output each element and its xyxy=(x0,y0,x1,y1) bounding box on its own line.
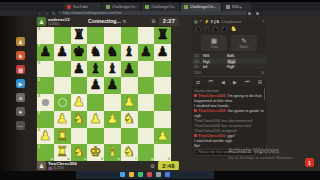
square-a1[interactable]: 1a xyxy=(37,144,54,161)
board-mini-icon: ▦ xyxy=(194,19,198,24)
tab-favicon xyxy=(67,5,71,9)
square-b5[interactable] xyxy=(54,77,71,94)
sidebar-item-social[interactable]: ● xyxy=(16,107,25,116)
square-g8[interactable] xyxy=(138,27,155,44)
file-label: g xyxy=(151,157,153,161)
pieces-in-hand-tray: ♞♝♟♟♞ xyxy=(192,25,266,33)
new-tab-button[interactable]: + xyxy=(239,4,242,10)
black-pawn[interactable]: ♟ xyxy=(123,61,135,78)
in-hand-white-n[interactable]: ♞ xyxy=(230,25,236,33)
square-a2[interactable]: 2♟ xyxy=(37,128,54,145)
gear-icon[interactable]: ⚙ xyxy=(151,18,156,24)
white-pawn[interactable]: ♟ xyxy=(123,94,135,111)
activate-windows-watermark-sub: Go to Settings to activate Windows. xyxy=(228,155,294,160)
game-side-panel: ▦ ♖ ⚡ 1 | 0 Crazyhouse ? ♞♝♟♟♞ ▦Chat✎Not… xyxy=(192,18,266,158)
tab-title: ChallengeOn... xyxy=(151,4,177,9)
square-b4[interactable] xyxy=(54,94,71,111)
square-e2[interactable] xyxy=(104,128,121,145)
square-h5[interactable] xyxy=(154,77,171,94)
white-pawn[interactable]: ♟ xyxy=(157,128,169,145)
tab-favicon xyxy=(184,5,188,9)
opponent-clock: 2:27 xyxy=(159,17,179,27)
taskbar-app-icon[interactable] xyxy=(120,172,125,177)
gear-icon[interactable]: ⚙ xyxy=(150,163,155,169)
sort-icon[interactable]: ⇅ xyxy=(261,70,264,75)
square-e6[interactable]: ♝ xyxy=(104,61,121,78)
square-g7[interactable]: ♟ xyxy=(138,44,155,61)
panel-tab-notes[interactable]: ✎Notes xyxy=(231,35,257,51)
square-a7[interactable]: 7♟ xyxy=(37,44,54,61)
square-h2[interactable]: ♟ xyxy=(154,128,171,145)
square-b7[interactable]: ♟ xyxy=(54,44,71,61)
sidebar-item-play[interactable]: ♟ xyxy=(16,37,25,46)
tab-title: ChallengeOn... xyxy=(112,4,138,9)
black-pawn[interactable]: ♟ xyxy=(56,44,68,61)
rank-label: 4 xyxy=(38,94,40,98)
white-move[interactable]: b4 xyxy=(203,64,227,69)
square-f5[interactable] xyxy=(121,77,138,94)
black-pawn[interactable]: ♟ xyxy=(73,61,85,78)
square-d4[interactable] xyxy=(87,94,104,111)
chat-message: ThatChess556: the game is good, terrible… xyxy=(194,108,264,113)
sidebar-item-news[interactable]: ≡ xyxy=(16,93,25,102)
rank-label: 5 xyxy=(38,78,40,82)
square-e5[interactable]: ♟ xyxy=(104,77,121,94)
move-list-meta: 25/0 ⇅ xyxy=(192,70,266,75)
flip-board-icon[interactable]: ⇄ xyxy=(196,79,200,85)
square-e8[interactable] xyxy=(104,27,121,44)
notification-badge[interactable]: 1 xyxy=(305,158,314,167)
square-d8[interactable] xyxy=(87,27,104,44)
square-e7[interactable]: ♞ xyxy=(104,44,121,61)
square-b1[interactable]: b♜ xyxy=(54,144,71,161)
file-label: e xyxy=(118,157,120,161)
panel-tab-chat[interactable]: ▦Chat xyxy=(201,35,227,51)
user-badge-icon xyxy=(194,134,197,137)
extension-icon[interactable] xyxy=(248,12,251,15)
black-bishop[interactable]: ♝ xyxy=(106,61,118,78)
square-c4[interactable]: ♟ xyxy=(71,94,88,111)
file-label: f xyxy=(135,157,136,161)
square-d2[interactable] xyxy=(87,128,104,145)
square-d5[interactable]: ♟ xyxy=(87,77,104,94)
panel-tab-label: Notes xyxy=(240,45,249,49)
in-hand-black-p[interactable]: ♟ xyxy=(221,25,227,33)
move-row: 15.b4Rg8 xyxy=(192,64,266,69)
black-move[interactable]: Rg8 xyxy=(227,64,251,69)
rank-label: 6 xyxy=(38,61,40,65)
browser-tab[interactable]: ChallengeOn... xyxy=(181,3,221,11)
taskbar-app-icon[interactable] xyxy=(165,172,170,177)
sidebar-item-more[interactable]: ⋯ xyxy=(16,121,25,130)
move-hint-dot xyxy=(42,99,49,106)
square-f6[interactable]: ♟ xyxy=(121,61,138,78)
opponent-rating: (1200) xyxy=(48,22,59,26)
square-b6[interactable] xyxy=(54,61,71,78)
square-h3[interactable] xyxy=(154,111,171,128)
square-d7[interactable]: ♞ xyxy=(87,44,104,61)
chat-message: ThatChess556: I'm going to do that xyxy=(194,93,264,98)
file-label: b xyxy=(67,157,69,161)
help-icon[interactable]: ? xyxy=(262,19,264,24)
screen: YouTubeChallengeOn...ChallengeOn...Chall… xyxy=(0,0,320,180)
variant-name: Crazyhouse xyxy=(221,20,262,24)
square-f8[interactable] xyxy=(121,27,138,44)
user-badge-icon xyxy=(194,94,197,97)
chat-scrollbar[interactable] xyxy=(264,88,266,100)
rank-label: 2 xyxy=(38,128,40,132)
black-bishop[interactable]: ♝ xyxy=(123,44,135,61)
square-d3[interactable]: ♟ xyxy=(87,111,104,128)
in-hand-black-n[interactable]: ♞ xyxy=(195,25,201,33)
browser-tab[interactable]: YouTube xyxy=(64,3,101,11)
square-c8[interactable]: ♜ xyxy=(71,27,88,44)
rook-mini-icon: ♖ xyxy=(199,19,202,24)
in-hand-black-b[interactable]: ♝ xyxy=(204,25,210,33)
player-clock: 2:48 xyxy=(158,161,179,171)
bullet-bolt-icon: ⚡ xyxy=(204,19,210,24)
square-g1[interactable]: g xyxy=(138,144,155,161)
browser-tab[interactable]: ChallengeOn... xyxy=(142,3,179,11)
square-f2[interactable] xyxy=(121,128,138,145)
white-pawn[interactable]: ♟ xyxy=(73,94,85,111)
square-g5[interactable] xyxy=(138,77,155,94)
square-c6[interactable]: ♟ xyxy=(71,61,88,78)
square-a4[interactable]: 4 xyxy=(37,94,54,111)
white-knight[interactable]: ♞ xyxy=(123,144,135,161)
square-h4[interactable] xyxy=(154,94,171,111)
avatar[interactable]: ♟ xyxy=(37,161,46,170)
square-c3[interactable]: ♞ xyxy=(71,111,88,128)
file-label: c xyxy=(84,157,86,161)
square-h1[interactable]: h xyxy=(154,144,171,161)
tab-favicon xyxy=(106,5,110,9)
move-number: 15. xyxy=(192,64,203,69)
square-c1[interactable]: c♞ xyxy=(71,144,88,161)
square-f4[interactable]: ♟ xyxy=(121,94,138,111)
square-b8[interactable] xyxy=(54,27,71,44)
black-knight[interactable]: ♞ xyxy=(90,44,102,61)
sidebar-item-puzzles[interactable]: ♞ xyxy=(16,51,25,60)
black-rook[interactable]: ♜ xyxy=(73,27,85,44)
move-list: 13.Nf3Bd614.Rg1Bg415.b4Rg8 xyxy=(192,53,266,69)
white-knight[interactable]: ♞ xyxy=(73,144,85,161)
chess-board: 8♜♜7♟♟♚♞♞♝♟♟6♟♝♝♟5♟♟4♟♟3♟♞♟♟♞2♟♜♟1ab♜c♞d… xyxy=(37,27,171,161)
spectator-count: 25/0 xyxy=(194,71,261,75)
tab-favicon xyxy=(145,5,149,9)
profile-avatar-icon[interactable] xyxy=(256,12,259,15)
black-move[interactable]: Bd6 xyxy=(227,53,251,58)
taskbar-app-icon[interactable] xyxy=(147,172,152,177)
black-bishop[interactable]: ♝ xyxy=(90,61,102,78)
rank-label: 3 xyxy=(38,111,40,115)
sidebar-item-learn[interactable]: ▦ xyxy=(16,65,25,74)
expand-icon[interactable]: ⊞ xyxy=(258,79,262,85)
sidebar-item-watch[interactable]: ▶ xyxy=(16,79,25,88)
move-hint-ring xyxy=(58,98,67,107)
taskbar-app-icon[interactable] xyxy=(138,172,143,177)
black-move[interactable]: Bg4 xyxy=(227,59,251,64)
square-c5[interactable] xyxy=(71,77,88,94)
tab-title: YouTube xyxy=(73,4,89,9)
taskbar xyxy=(76,171,214,179)
square-b3[interactable]: ♟ xyxy=(54,111,71,128)
address-bar[interactable]: https://www.challengeonline.com/live xyxy=(58,11,247,15)
country-flag-icon xyxy=(48,167,52,170)
white-bishop[interactable]: ♝ xyxy=(106,144,118,161)
square-e4[interactable] xyxy=(104,94,121,111)
file-label: d xyxy=(101,157,103,161)
square-g2[interactable] xyxy=(138,128,155,145)
panel-tab-label: Chat xyxy=(210,45,217,49)
move-number: 14. xyxy=(192,59,203,64)
activate-windows-watermark: Activate Windows xyxy=(228,147,279,154)
square-c7[interactable]: ♚ xyxy=(71,44,88,61)
black-pawn[interactable]: ♟ xyxy=(157,44,169,61)
prev-move-icon[interactable]: ◀ xyxy=(221,79,225,85)
next-move-icon[interactable]: ▶ xyxy=(233,79,237,85)
rank-label: 1 xyxy=(38,145,40,149)
white-pawn[interactable]: ♟ xyxy=(39,128,51,145)
browser-tab[interactable]: ChallengeOn... xyxy=(103,3,140,11)
in-hand-black-p[interactable]: ♟ xyxy=(213,25,219,33)
black-rook[interactable]: ♜ xyxy=(157,27,169,44)
white-move[interactable]: Rg1 xyxy=(203,59,227,64)
square-h7[interactable]: ♟ xyxy=(154,44,171,61)
rank-label: 7 xyxy=(38,44,40,48)
white-rook[interactable]: ♜ xyxy=(56,128,68,145)
browser-tab[interactable]: SIM... xyxy=(223,3,251,11)
last-move-icon[interactable]: ⏭ xyxy=(245,78,250,85)
first-move-icon[interactable]: ⏮ xyxy=(208,78,213,85)
black-pawn[interactable]: ♟ xyxy=(90,77,102,94)
tab-title: ChallengeOn... xyxy=(190,4,217,9)
rank-label: 8 xyxy=(38,27,40,31)
square-f3[interactable]: ♞ xyxy=(121,111,138,128)
square-a6[interactable]: 6 xyxy=(37,61,54,78)
tab-favicon xyxy=(226,5,230,9)
square-g4[interactable] xyxy=(138,94,155,111)
square-a3[interactable]: 3 xyxy=(37,111,54,128)
square-f7[interactable]: ♝ xyxy=(121,44,138,61)
taskbar-app-icon[interactable] xyxy=(129,172,134,177)
white-pawn[interactable]: ♟ xyxy=(106,111,118,128)
white-knight[interactable]: ♞ xyxy=(123,111,135,128)
browser-tabbar: YouTubeChallengeOn...ChallengeOn...Chall… xyxy=(0,2,320,11)
move-number: 13. xyxy=(192,53,203,58)
panel-tab-icon: ✎ xyxy=(241,37,246,44)
black-pawn[interactable]: ♟ xyxy=(39,44,51,61)
file-label: a xyxy=(51,157,53,161)
panel-header: ▦ ♖ ⚡ 1 | 0 Crazyhouse ? xyxy=(192,18,266,25)
black-knight[interactable]: ♞ xyxy=(106,44,118,61)
black-pawn[interactable]: ♟ xyxy=(106,77,118,94)
square-c2[interactable] xyxy=(71,128,88,145)
taskbar-app-icon[interactable] xyxy=(156,172,161,177)
panel-tab-icon: ▦ xyxy=(211,37,217,44)
square-f1[interactable]: f♞ xyxy=(121,144,138,161)
square-h6[interactable] xyxy=(154,61,171,78)
square-h8[interactable]: ♜ xyxy=(154,27,171,44)
white-pawn[interactable]: ♟ xyxy=(90,111,102,128)
file-label: h xyxy=(168,157,170,161)
square-a5[interactable]: 5 xyxy=(37,77,54,94)
square-g6[interactable] xyxy=(138,61,155,78)
refresh-status-icon[interactable]: ↻ xyxy=(123,19,127,24)
white-knight[interactable]: ♞ xyxy=(73,111,85,128)
square-a8[interactable]: 8 xyxy=(37,27,54,44)
square-g3[interactable] xyxy=(138,111,155,128)
square-d1[interactable]: d♚ xyxy=(87,144,104,161)
white-move[interactable]: Nf3 xyxy=(203,53,227,58)
square-d6[interactable]: ♝ xyxy=(87,61,104,78)
opponent-name[interactable]: andreas12 xyxy=(48,17,70,22)
square-b2[interactable]: ♜ xyxy=(54,128,71,145)
panel-tabs: ▦Chat✎Notes xyxy=(192,34,266,52)
black-pawn[interactable]: ♟ xyxy=(140,44,152,61)
avatar[interactable]: ♟ xyxy=(37,17,46,26)
chat-window: Game startedThatChess556: I'm going to d… xyxy=(192,86,266,147)
user-badge-icon xyxy=(194,109,197,112)
black-king[interactable]: ♚ xyxy=(73,44,85,61)
white-pawn[interactable]: ♟ xyxy=(56,111,68,128)
time-control: 1 | 0 xyxy=(211,19,220,24)
square-e1[interactable]: e♝ xyxy=(104,144,121,161)
square-e3[interactable]: ♟ xyxy=(104,111,121,128)
connection-status: Connecting... xyxy=(88,18,121,24)
